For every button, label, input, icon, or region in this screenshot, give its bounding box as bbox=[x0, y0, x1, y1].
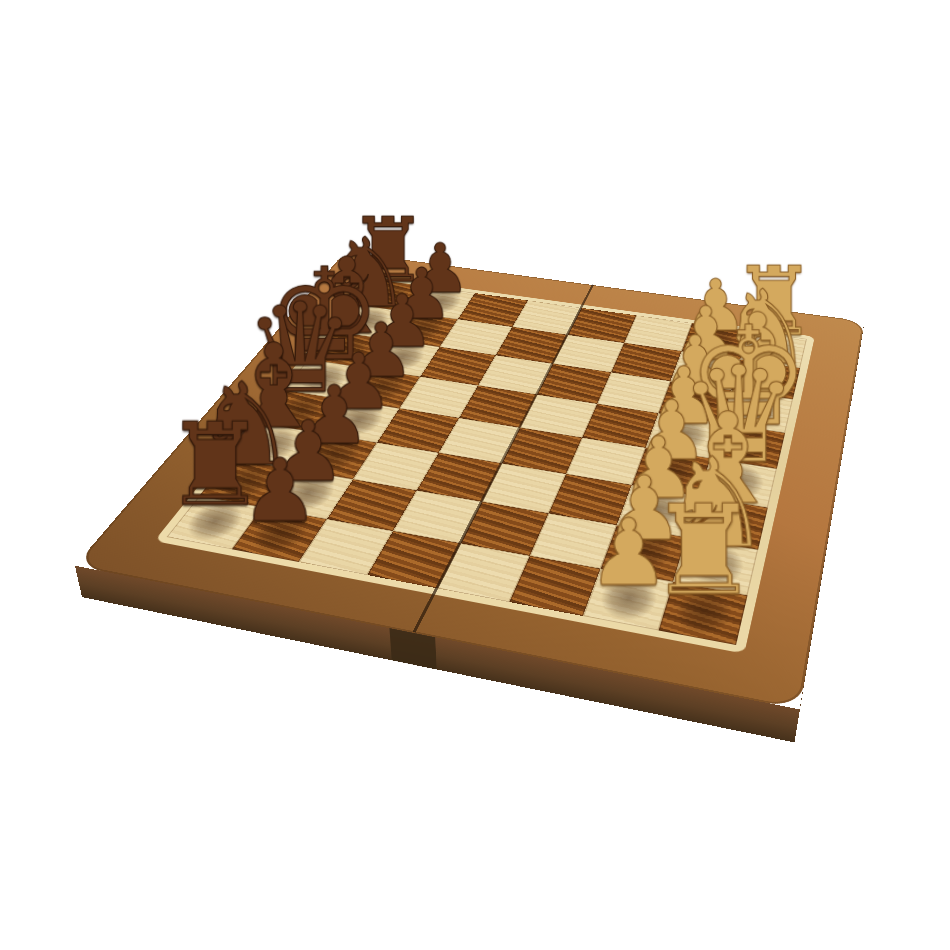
photo-background: ♜♞♝♛♚♝♞♜♟♟♟♟♟♟♟♟♟♟♟♟♟♟♟♟♜♞♝♛♚♝♞♜ bbox=[0, 0, 950, 950]
piece-white-rook-a1: ♜ bbox=[620, 433, 788, 612]
hinge-seam-patch bbox=[389, 628, 436, 669]
chess-board: ♜♞♝♛♚♝♞♜♟♟♟♟♟♟♟♟♟♟♟♟♟♟♟♟♜♞♝♛♚♝♞♜ bbox=[75, 252, 865, 710]
piece-black-pawn-a7: ♟ bbox=[202, 367, 358, 534]
board-grid: ♜♞♝♛♚♝♞♜♟♟♟♟♟♟♟♟♟♟♟♟♟♟♟♟♜♞♝♛♚♝♞♜ bbox=[167, 279, 807, 645]
